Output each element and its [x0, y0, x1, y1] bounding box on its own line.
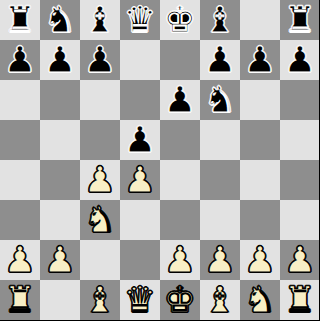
square-g7[interactable]: ♟ — [240, 40, 280, 80]
piece-black-pawn[interactable]: ♟ — [284, 40, 316, 80]
square-g3[interactable] — [240, 200, 280, 240]
square-g8[interactable] — [240, 0, 280, 40]
piece-white-bishop[interactable]: ♝ — [204, 280, 236, 320]
square-f3[interactable] — [200, 200, 240, 240]
piece-black-rook[interactable]: ♜ — [4, 0, 36, 40]
chess-board: ♜♞♝♛♚♝♜♟♟♟♟♟♟♟♞♟♟♟♞♟♟♟♟♟♟♜♝♛♚♝♞♜ — [0, 0, 320, 321]
piece-black-pawn[interactable]: ♟ — [84, 40, 116, 80]
square-f1[interactable]: ♝ — [200, 280, 240, 320]
piece-white-pawn[interactable]: ♟ — [4, 240, 36, 280]
square-c4[interactable]: ♟ — [80, 160, 120, 200]
square-e5[interactable] — [160, 120, 200, 160]
square-h2[interactable]: ♟ — [280, 240, 320, 280]
piece-white-pawn[interactable]: ♟ — [284, 240, 316, 280]
square-e6[interactable]: ♟ — [160, 80, 200, 120]
piece-white-rook[interactable]: ♜ — [4, 280, 36, 320]
square-d3[interactable] — [120, 200, 160, 240]
square-f4[interactable] — [200, 160, 240, 200]
square-g6[interactable] — [240, 80, 280, 120]
piece-black-knight[interactable]: ♞ — [44, 0, 76, 40]
piece-black-pawn[interactable]: ♟ — [124, 120, 156, 160]
square-a8[interactable]: ♜ — [0, 0, 40, 40]
piece-white-pawn[interactable]: ♟ — [44, 240, 76, 280]
square-h6[interactable] — [280, 80, 320, 120]
square-b8[interactable]: ♞ — [40, 0, 80, 40]
piece-white-rook[interactable]: ♜ — [284, 280, 316, 320]
square-d6[interactable] — [120, 80, 160, 120]
square-a7[interactable]: ♟ — [0, 40, 40, 80]
square-c2[interactable] — [80, 240, 120, 280]
square-c8[interactable]: ♝ — [80, 0, 120, 40]
piece-black-bishop[interactable]: ♝ — [204, 0, 236, 40]
square-c7[interactable]: ♟ — [80, 40, 120, 80]
piece-white-knight[interactable]: ♞ — [84, 200, 116, 240]
square-c6[interactable] — [80, 80, 120, 120]
piece-black-bishop[interactable]: ♝ — [84, 0, 116, 40]
square-f6[interactable]: ♞ — [200, 80, 240, 120]
square-g4[interactable] — [240, 160, 280, 200]
square-b6[interactable] — [40, 80, 80, 120]
piece-white-pawn[interactable]: ♟ — [84, 160, 116, 200]
square-d1[interactable]: ♛ — [120, 280, 160, 320]
piece-black-king[interactable]: ♚ — [164, 0, 196, 40]
square-h5[interactable] — [280, 120, 320, 160]
square-b3[interactable] — [40, 200, 80, 240]
piece-black-pawn[interactable]: ♟ — [204, 40, 236, 80]
square-b5[interactable] — [40, 120, 80, 160]
square-g5[interactable] — [240, 120, 280, 160]
piece-black-rook[interactable]: ♜ — [284, 0, 316, 40]
square-a2[interactable]: ♟ — [0, 240, 40, 280]
square-e1[interactable]: ♚ — [160, 280, 200, 320]
square-h3[interactable] — [280, 200, 320, 240]
square-a1[interactable]: ♜ — [0, 280, 40, 320]
square-f5[interactable] — [200, 120, 240, 160]
square-c5[interactable] — [80, 120, 120, 160]
square-e4[interactable] — [160, 160, 200, 200]
square-f2[interactable]: ♟ — [200, 240, 240, 280]
piece-black-pawn[interactable]: ♟ — [244, 40, 276, 80]
square-d8[interactable]: ♛ — [120, 0, 160, 40]
piece-white-pawn[interactable]: ♟ — [204, 240, 236, 280]
square-h7[interactable]: ♟ — [280, 40, 320, 80]
square-b1[interactable] — [40, 280, 80, 320]
square-b7[interactable]: ♟ — [40, 40, 80, 80]
square-f7[interactable]: ♟ — [200, 40, 240, 80]
piece-white-bishop[interactable]: ♝ — [84, 280, 116, 320]
piece-black-queen[interactable]: ♛ — [124, 0, 156, 40]
piece-black-knight[interactable]: ♞ — [204, 80, 236, 120]
square-e2[interactable]: ♟ — [160, 240, 200, 280]
square-a5[interactable] — [0, 120, 40, 160]
square-d5[interactable]: ♟ — [120, 120, 160, 160]
piece-black-pawn[interactable]: ♟ — [164, 80, 196, 120]
square-a4[interactable] — [0, 160, 40, 200]
square-b2[interactable]: ♟ — [40, 240, 80, 280]
square-h8[interactable]: ♜ — [280, 0, 320, 40]
piece-white-pawn[interactable]: ♟ — [164, 240, 196, 280]
square-h1[interactable]: ♜ — [280, 280, 320, 320]
square-d2[interactable] — [120, 240, 160, 280]
square-f8[interactable]: ♝ — [200, 0, 240, 40]
square-a3[interactable] — [0, 200, 40, 240]
piece-black-pawn[interactable]: ♟ — [44, 40, 76, 80]
square-a6[interactable] — [0, 80, 40, 120]
piece-white-pawn[interactable]: ♟ — [124, 160, 156, 200]
square-c1[interactable]: ♝ — [80, 280, 120, 320]
piece-white-pawn[interactable]: ♟ — [244, 240, 276, 280]
square-c3[interactable]: ♞ — [80, 200, 120, 240]
square-g1[interactable]: ♞ — [240, 280, 280, 320]
square-h4[interactable] — [280, 160, 320, 200]
square-g2[interactable]: ♟ — [240, 240, 280, 280]
piece-black-pawn[interactable]: ♟ — [4, 40, 36, 80]
piece-white-king[interactable]: ♚ — [164, 280, 196, 320]
square-d4[interactable]: ♟ — [120, 160, 160, 200]
square-d7[interactable] — [120, 40, 160, 80]
piece-white-knight[interactable]: ♞ — [244, 280, 276, 320]
square-e7[interactable] — [160, 40, 200, 80]
square-b4[interactable] — [40, 160, 80, 200]
piece-white-queen[interactable]: ♛ — [124, 280, 156, 320]
square-e3[interactable] — [160, 200, 200, 240]
square-e8[interactable]: ♚ — [160, 0, 200, 40]
